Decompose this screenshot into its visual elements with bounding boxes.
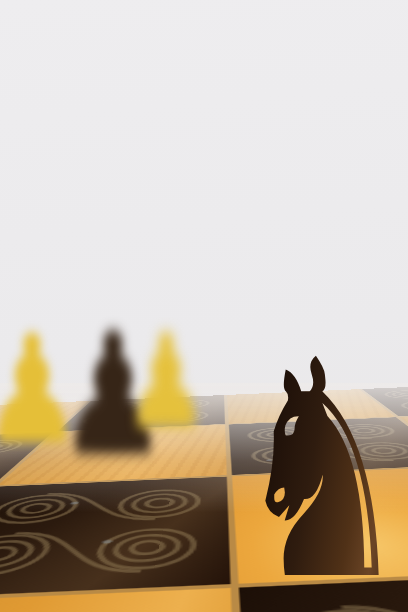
black-knight-e6[interactable]: ♞: [233, 322, 408, 612]
square-d2[interactable]: [208, 0, 408, 51]
square-d6[interactable]: [0, 477, 229, 600]
square-e1[interactable]: [0, 54, 211, 132]
square-d1[interactable]: [213, 41, 408, 122]
square-f1[interactable]: [0, 66, 14, 140]
spiral-ornament: [0, 477, 229, 600]
white-pawn-e7[interactable]: ♟: [123, 317, 209, 447]
square-e2[interactable]: [0, 0, 207, 63]
spiral-ornament: [208, 0, 408, 51]
photo-stage: ♟ ♟ ♟ ♞: [0, 0, 408, 612]
spiral-ornament: [0, 54, 211, 132]
